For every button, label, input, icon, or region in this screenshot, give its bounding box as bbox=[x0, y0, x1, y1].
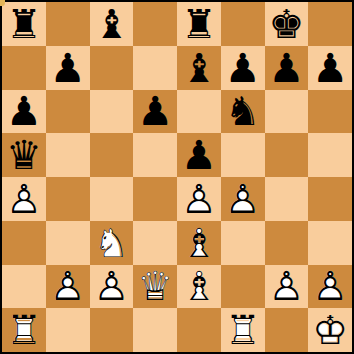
black-pawn-icon: ♟ bbox=[133, 90, 177, 134]
black-pawn-icon: ♟ bbox=[308, 46, 352, 90]
square-b4[interactable] bbox=[46, 177, 90, 221]
square-c1[interactable] bbox=[90, 308, 134, 352]
black-pawn-icon: ♟ bbox=[177, 133, 221, 177]
square-f5[interactable] bbox=[221, 133, 265, 177]
square-e3[interactable]: ♝♗ bbox=[177, 221, 221, 265]
square-d4[interactable] bbox=[133, 177, 177, 221]
square-b1[interactable] bbox=[46, 308, 90, 352]
square-b6[interactable] bbox=[46, 90, 90, 134]
black-knight-icon: ♞ bbox=[221, 90, 265, 134]
black-king-icon: ♚ bbox=[265, 2, 309, 46]
square-a1[interactable]: ♜♖ bbox=[2, 308, 46, 352]
black-rook-icon: ♜ bbox=[2, 2, 46, 46]
square-b7[interactable]: ♟ bbox=[46, 46, 90, 90]
square-a4[interactable]: ♟♙ bbox=[2, 177, 46, 221]
square-a7[interactable] bbox=[2, 46, 46, 90]
square-h7[interactable]: ♟ bbox=[308, 46, 352, 90]
square-a8[interactable]: ♜ bbox=[2, 2, 46, 46]
square-e5[interactable]: ♟ bbox=[177, 133, 221, 177]
square-d6[interactable]: ♟ bbox=[133, 90, 177, 134]
square-b2[interactable]: ♟♙ bbox=[46, 265, 90, 309]
black-bishop-icon: ♝ bbox=[90, 2, 134, 46]
white-rook-icon: ♜♖ bbox=[221, 308, 265, 352]
square-g3[interactable] bbox=[265, 221, 309, 265]
square-c4[interactable] bbox=[90, 177, 134, 221]
square-g5[interactable] bbox=[265, 133, 309, 177]
white-pawn-icon: ♟♙ bbox=[46, 265, 90, 309]
square-h8[interactable] bbox=[308, 2, 352, 46]
black-bishop-icon: ♝ bbox=[177, 46, 221, 90]
black-pawn-icon: ♟ bbox=[265, 46, 309, 90]
white-knight-icon: ♞♘ bbox=[90, 221, 134, 265]
white-queen-icon: ♛♕ bbox=[133, 265, 177, 309]
square-e2[interactable]: ♝♗ bbox=[177, 265, 221, 309]
square-h6[interactable] bbox=[308, 90, 352, 134]
square-b3[interactable] bbox=[46, 221, 90, 265]
square-e8[interactable]: ♜ bbox=[177, 2, 221, 46]
black-queen-icon: ♛ bbox=[2, 133, 46, 177]
square-h5[interactable] bbox=[308, 133, 352, 177]
black-pawn-icon: ♟ bbox=[221, 46, 265, 90]
square-h1[interactable]: ♚♔ bbox=[308, 308, 352, 352]
square-a5[interactable]: ♛ bbox=[2, 133, 46, 177]
square-f7[interactable]: ♟ bbox=[221, 46, 265, 90]
chess-board: ♜♝♜♚♟♝♟♟♟♟♟♞♛♟♟♙♟♙♟♙♞♘♝♗♟♙♟♙♛♕♝♗♟♙♟♙♜♖♜♖… bbox=[0, 0, 354, 354]
square-e1[interactable] bbox=[177, 308, 221, 352]
square-d2[interactable]: ♛♕ bbox=[133, 265, 177, 309]
white-pawn-icon: ♟♙ bbox=[90, 265, 134, 309]
square-c5[interactable] bbox=[90, 133, 134, 177]
square-h4[interactable] bbox=[308, 177, 352, 221]
white-pawn-icon: ♟♙ bbox=[265, 265, 309, 309]
square-e7[interactable]: ♝ bbox=[177, 46, 221, 90]
square-f6[interactable]: ♞ bbox=[221, 90, 265, 134]
square-c6[interactable] bbox=[90, 90, 134, 134]
square-c7[interactable] bbox=[90, 46, 134, 90]
square-a6[interactable]: ♟ bbox=[2, 90, 46, 134]
square-h3[interactable] bbox=[308, 221, 352, 265]
square-b5[interactable] bbox=[46, 133, 90, 177]
white-bishop-icon: ♝♗ bbox=[177, 265, 221, 309]
square-f3[interactable] bbox=[221, 221, 265, 265]
black-rook-icon: ♜ bbox=[177, 2, 221, 46]
white-pawn-icon: ♟♙ bbox=[2, 177, 46, 221]
square-a3[interactable] bbox=[2, 221, 46, 265]
square-h2[interactable]: ♟♙ bbox=[308, 265, 352, 309]
white-pawn-icon: ♟♙ bbox=[308, 265, 352, 309]
square-d5[interactable] bbox=[133, 133, 177, 177]
square-f2[interactable] bbox=[221, 265, 265, 309]
square-c2[interactable]: ♟♙ bbox=[90, 265, 134, 309]
square-b8[interactable] bbox=[46, 2, 90, 46]
white-bishop-icon: ♝♗ bbox=[177, 221, 221, 265]
square-f1[interactable]: ♜♖ bbox=[221, 308, 265, 352]
square-d1[interactable] bbox=[133, 308, 177, 352]
square-d8[interactable] bbox=[133, 2, 177, 46]
square-g6[interactable] bbox=[265, 90, 309, 134]
square-g1[interactable] bbox=[265, 308, 309, 352]
square-f4[interactable]: ♟♙ bbox=[221, 177, 265, 221]
black-pawn-icon: ♟ bbox=[2, 90, 46, 134]
square-c3[interactable]: ♞♘ bbox=[90, 221, 134, 265]
square-g7[interactable]: ♟ bbox=[265, 46, 309, 90]
square-g2[interactable]: ♟♙ bbox=[265, 265, 309, 309]
black-pawn-icon: ♟ bbox=[46, 46, 90, 90]
square-g4[interactable] bbox=[265, 177, 309, 221]
white-pawn-icon: ♟♙ bbox=[221, 177, 265, 221]
square-f8[interactable] bbox=[221, 2, 265, 46]
square-c8[interactable]: ♝ bbox=[90, 2, 134, 46]
square-a2[interactable] bbox=[2, 265, 46, 309]
square-e4[interactable]: ♟♙ bbox=[177, 177, 221, 221]
white-rook-icon: ♜♖ bbox=[2, 308, 46, 352]
square-d7[interactable] bbox=[133, 46, 177, 90]
white-pawn-icon: ♟♙ bbox=[177, 177, 221, 221]
white-king-icon: ♚♔ bbox=[308, 308, 352, 352]
square-g8[interactable]: ♚ bbox=[265, 2, 309, 46]
square-e6[interactable] bbox=[177, 90, 221, 134]
square-d3[interactable] bbox=[133, 221, 177, 265]
